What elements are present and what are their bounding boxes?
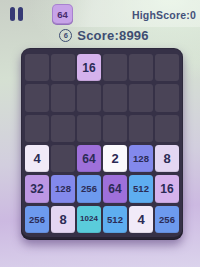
tile-32: 32 bbox=[25, 175, 49, 202]
tile-64: 64 bbox=[103, 175, 127, 202]
cell-r2c2 bbox=[51, 84, 75, 111]
game-board[interactable]: 1646421288321282566451216256810245124256 bbox=[21, 48, 183, 240]
cell-r1c5 bbox=[129, 54, 153, 81]
level-badge: 6 bbox=[59, 29, 72, 42]
cell-r3c3 bbox=[77, 115, 101, 142]
cell-r5c2: 128 bbox=[51, 175, 75, 202]
best-tile-badge: 64 bbox=[52, 4, 73, 25]
cell-r3c2 bbox=[51, 115, 75, 142]
cell-r5c6: 16 bbox=[155, 175, 179, 202]
cell-r5c1: 32 bbox=[25, 175, 49, 202]
cell-r6c1: 256 bbox=[25, 206, 49, 233]
cell-r3c5 bbox=[129, 115, 153, 142]
score-label: Score:8996 bbox=[77, 28, 148, 43]
cell-r6c2: 8 bbox=[51, 206, 75, 233]
cell-r2c3 bbox=[77, 84, 101, 111]
tile-128: 128 bbox=[51, 175, 75, 202]
cell-r4c1: 4 bbox=[25, 145, 49, 172]
tile-1024: 1024 bbox=[77, 206, 101, 233]
pause-icon bbox=[18, 7, 23, 21]
cell-r6c3: 1024 bbox=[77, 206, 101, 233]
score-row: 6 Score:8996 bbox=[0, 27, 200, 43]
tile-256: 256 bbox=[155, 206, 179, 233]
cell-r3c6 bbox=[155, 115, 179, 142]
cell-r4c6: 8 bbox=[155, 145, 179, 172]
cell-r6c4: 512 bbox=[103, 206, 127, 233]
cell-r1c3: 16 bbox=[77, 54, 101, 81]
tile-128: 128 bbox=[129, 145, 153, 172]
cell-r5c5: 512 bbox=[129, 175, 153, 202]
highscore-label: HighScore:0 bbox=[132, 9, 196, 21]
tile-8: 8 bbox=[155, 145, 179, 172]
tile-256: 256 bbox=[25, 206, 49, 233]
pause-button[interactable] bbox=[10, 7, 24, 22]
tile-8: 8 bbox=[51, 206, 75, 233]
cell-r6c5: 4 bbox=[129, 206, 153, 233]
tile-512: 512 bbox=[129, 175, 153, 202]
tile-4: 4 bbox=[129, 206, 153, 233]
cell-r4c4: 2 bbox=[103, 145, 127, 172]
cell-r4c5: 128 bbox=[129, 145, 153, 172]
best-tile-value: 64 bbox=[57, 9, 68, 20]
cell-r1c4 bbox=[103, 54, 127, 81]
game-screen: 64 HighScore:0 6 Score:8996 164642128832… bbox=[0, 0, 200, 267]
cell-r1c1 bbox=[25, 54, 49, 81]
tile-2: 2 bbox=[103, 145, 127, 172]
cell-r3c4 bbox=[103, 115, 127, 142]
cell-r6c6: 256 bbox=[155, 206, 179, 233]
pause-icon bbox=[10, 7, 15, 21]
cell-r1c2 bbox=[51, 54, 75, 81]
tile-256: 256 bbox=[77, 175, 101, 202]
cell-r2c6 bbox=[155, 84, 179, 111]
tile-512: 512 bbox=[103, 206, 127, 233]
tile-16: 16 bbox=[77, 54, 101, 81]
cell-r4c3: 64 bbox=[77, 145, 101, 172]
tile-4: 4 bbox=[25, 145, 49, 172]
cell-r2c1 bbox=[25, 84, 49, 111]
cell-r2c4 bbox=[103, 84, 127, 111]
tile-64: 64 bbox=[77, 145, 101, 172]
cell-r4c2 bbox=[51, 145, 75, 172]
tile-16: 16 bbox=[155, 175, 179, 202]
cell-r5c3: 256 bbox=[77, 175, 101, 202]
cell-r5c4: 64 bbox=[103, 175, 127, 202]
cell-r1c6 bbox=[155, 54, 179, 81]
cell-r2c5 bbox=[129, 84, 153, 111]
cell-r3c1 bbox=[25, 115, 49, 142]
